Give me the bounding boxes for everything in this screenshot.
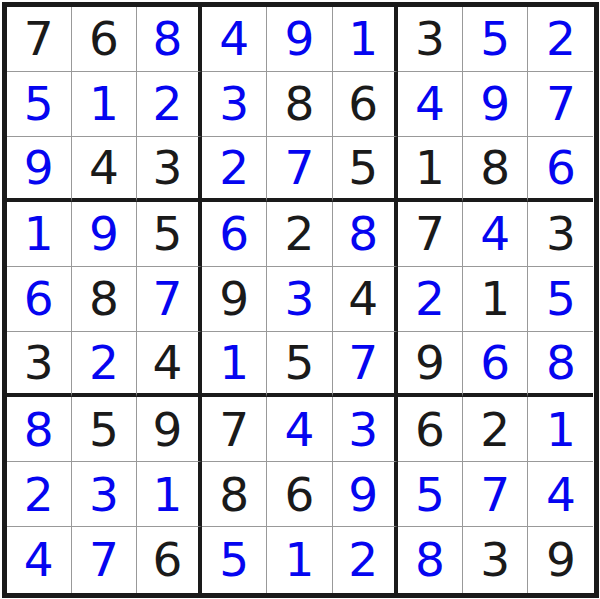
cell-r5c6[interactable]: 4: [333, 267, 398, 332]
cell-r3c6[interactable]: 5: [333, 137, 398, 202]
cell-r7c1[interactable]: 8: [7, 397, 72, 462]
cell-r3c2[interactable]: 4: [72, 137, 137, 202]
cell-r5c9[interactable]: 5: [528, 267, 593, 332]
cell-r7c8[interactable]: 2: [463, 397, 528, 462]
cell-r4c2[interactable]: 9: [72, 202, 137, 267]
cell-r2c4[interactable]: 3: [202, 72, 267, 137]
cell-r8c1[interactable]: 2: [7, 462, 72, 527]
cell-r1c3[interactable]: 8: [137, 7, 202, 72]
cell-r3c1[interactable]: 9: [7, 137, 72, 202]
cell-r7c4[interactable]: 7: [202, 397, 267, 462]
cell-r7c9[interactable]: 1: [528, 397, 593, 462]
cell-r9c3[interactable]: 6: [137, 527, 202, 592]
cell-r1c1[interactable]: 7: [7, 7, 72, 72]
cell-r6c9[interactable]: 8: [528, 332, 593, 397]
cell-r2c3[interactable]: 2: [137, 72, 202, 137]
cell-r2c5[interactable]: 8: [267, 72, 332, 137]
cell-r6c2[interactable]: 2: [72, 332, 137, 397]
cell-r4c1[interactable]: 1: [7, 202, 72, 267]
cell-r9c9[interactable]: 9: [528, 527, 593, 592]
cell-r4c6[interactable]: 8: [333, 202, 398, 267]
cell-r9c2[interactable]: 7: [72, 527, 137, 592]
cell-r5c5[interactable]: 3: [267, 267, 332, 332]
cell-r5c1[interactable]: 6: [7, 267, 72, 332]
cell-r6c7[interactable]: 9: [398, 332, 463, 397]
cell-r3c9[interactable]: 6: [528, 137, 593, 202]
cell-r3c3[interactable]: 3: [137, 137, 202, 202]
cell-r5c3[interactable]: 7: [137, 267, 202, 332]
cell-r8c6[interactable]: 9: [333, 462, 398, 527]
cell-r2c6[interactable]: 6: [333, 72, 398, 137]
cell-r8c7[interactable]: 5: [398, 462, 463, 527]
cell-r5c8[interactable]: 1: [463, 267, 528, 332]
cell-r1c2[interactable]: 6: [72, 7, 137, 72]
cell-r1c8[interactable]: 5: [463, 7, 528, 72]
cell-r1c7[interactable]: 3: [398, 7, 463, 72]
cell-r3c7[interactable]: 1: [398, 137, 463, 202]
cell-r3c5[interactable]: 7: [267, 137, 332, 202]
cell-r8c4[interactable]: 8: [202, 462, 267, 527]
cell-r6c6[interactable]: 7: [333, 332, 398, 397]
cell-r8c3[interactable]: 1: [137, 462, 202, 527]
cell-r2c9[interactable]: 7: [528, 72, 593, 137]
cell-r9c1[interactable]: 4: [7, 527, 72, 592]
cell-r2c2[interactable]: 1: [72, 72, 137, 137]
cell-r1c6[interactable]: 1: [333, 7, 398, 72]
cell-r6c5[interactable]: 5: [267, 332, 332, 397]
sudoku-page: 7684913525123864979432751861956287436879…: [0, 0, 600, 599]
cell-r8c9[interactable]: 4: [528, 462, 593, 527]
cell-r5c4[interactable]: 9: [202, 267, 267, 332]
cell-r6c8[interactable]: 6: [463, 332, 528, 397]
cell-r1c4[interactable]: 4: [202, 7, 267, 72]
cell-r8c8[interactable]: 7: [463, 462, 528, 527]
cell-r8c2[interactable]: 3: [72, 462, 137, 527]
sudoku-board: 7684913525123864979432751861956287436879…: [2, 2, 599, 598]
cell-r4c8[interactable]: 4: [463, 202, 528, 267]
cell-r4c3[interactable]: 5: [137, 202, 202, 267]
cell-r7c6[interactable]: 3: [333, 397, 398, 462]
cell-r1c9[interactable]: 2: [528, 7, 593, 72]
cell-r6c1[interactable]: 3: [7, 332, 72, 397]
cell-r2c7[interactable]: 4: [398, 72, 463, 137]
cell-r2c1[interactable]: 5: [7, 72, 72, 137]
cell-r6c4[interactable]: 1: [202, 332, 267, 397]
cell-r2c8[interactable]: 9: [463, 72, 528, 137]
cell-r7c5[interactable]: 4: [267, 397, 332, 462]
cell-r1c5[interactable]: 9: [267, 7, 332, 72]
cell-r7c2[interactable]: 5: [72, 397, 137, 462]
cell-r8c5[interactable]: 6: [267, 462, 332, 527]
cell-r5c2[interactable]: 8: [72, 267, 137, 332]
cell-r4c4[interactable]: 6: [202, 202, 267, 267]
cell-r9c5[interactable]: 1: [267, 527, 332, 592]
cell-r7c3[interactable]: 9: [137, 397, 202, 462]
cell-r9c8[interactable]: 3: [463, 527, 528, 592]
cell-r5c7[interactable]: 2: [398, 267, 463, 332]
cell-r9c4[interactable]: 5: [202, 527, 267, 592]
cell-r4c5[interactable]: 2: [267, 202, 332, 267]
cell-r4c7[interactable]: 7: [398, 202, 463, 267]
cell-r4c9[interactable]: 3: [528, 202, 593, 267]
cell-r3c4[interactable]: 2: [202, 137, 267, 202]
cell-r3c8[interactable]: 8: [463, 137, 528, 202]
cell-r9c7[interactable]: 8: [398, 527, 463, 592]
cell-r9c6[interactable]: 2: [333, 527, 398, 592]
cell-r6c3[interactable]: 4: [137, 332, 202, 397]
cell-r7c7[interactable]: 6: [398, 397, 463, 462]
